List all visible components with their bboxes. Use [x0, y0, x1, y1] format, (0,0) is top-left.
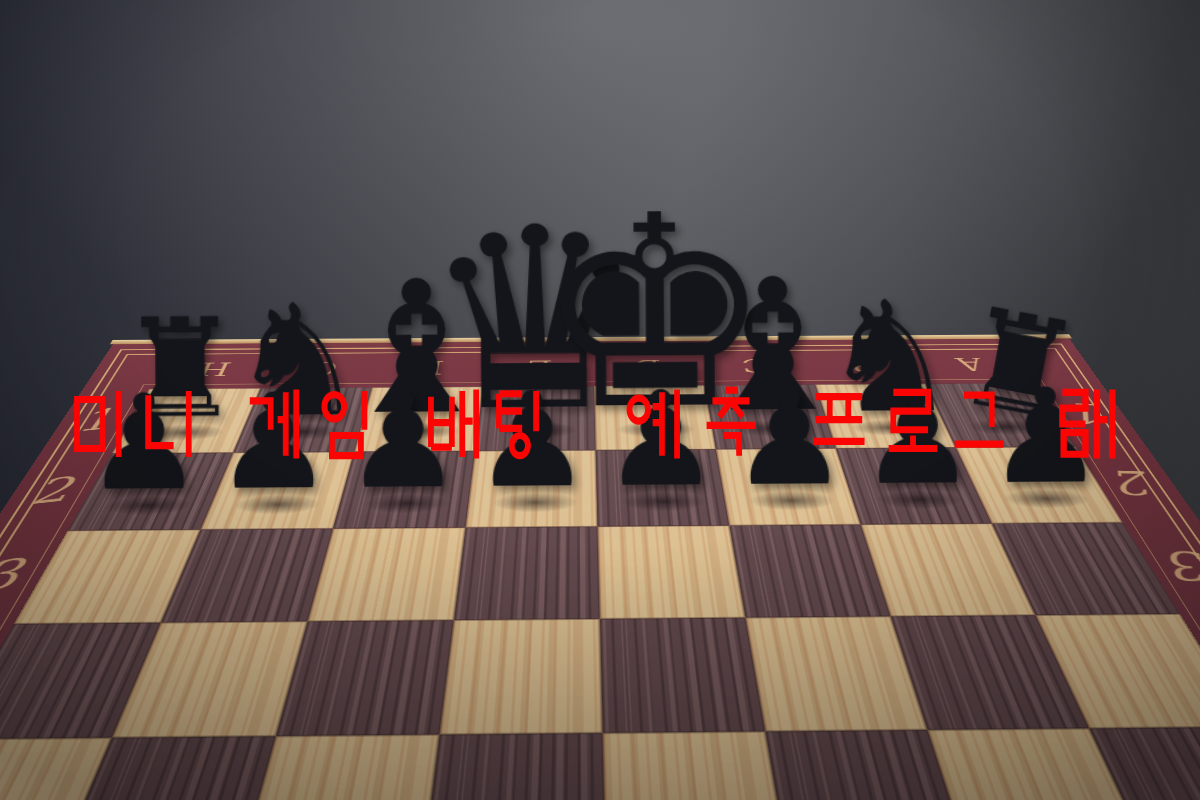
- square-e2: ♟: [465, 450, 597, 527]
- square-f2: ♟: [333, 451, 475, 529]
- square-d5: [603, 731, 791, 800]
- piece-black-pawn: ♟: [987, 372, 1105, 504]
- square-e4: [439, 619, 602, 735]
- piece-black-pawn: ♟: [84, 377, 203, 510]
- square-g2: ♟: [200, 452, 354, 530]
- rank-label-right-2: 2: [1108, 463, 1166, 503]
- square-f3: [308, 527, 466, 621]
- rank-label-right-3: 3: [1160, 542, 1200, 591]
- piece-black-pawn: ♟: [730, 373, 848, 505]
- square-d4: [600, 618, 765, 733]
- square-f4: [276, 620, 454, 736]
- square-a5: [1089, 727, 1200, 800]
- photo-scene: ♜♞♝♛♚♝♞♜♟♟♟♟♟♟♟♟ HGFEDCBA12341234 미니 게임 …: [0, 0, 1200, 800]
- board-grid: ♜♞♝♛♚♝♞♜♟♟♟♟♟♟♟♟: [0, 383, 1200, 800]
- piece-black-pawn: ♟: [859, 372, 977, 504]
- square-e5: [421, 733, 606, 800]
- square-d2: ♟: [596, 449, 730, 526]
- chess-board: ♜♞♝♛♚♝♞♜♟♟♟♟♟♟♟♟ HGFEDCBA12341234: [0, 338, 1200, 800]
- rank-label-left-3: 3: [0, 550, 27, 602]
- piece-black-pawn: ♟: [214, 376, 333, 509]
- square-d3: [598, 525, 746, 618]
- piece-black-pawn: ♟: [344, 376, 463, 508]
- piece-black-pawn: ♟: [602, 374, 720, 506]
- square-b2: ♟: [836, 448, 992, 525]
- rank-label-left-2: 2: [26, 469, 77, 512]
- square-e3: [454, 526, 600, 620]
- piece-black-pawn: ♟: [473, 375, 592, 507]
- square-c2: ♟: [716, 448, 861, 525]
